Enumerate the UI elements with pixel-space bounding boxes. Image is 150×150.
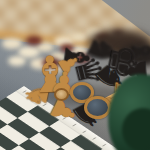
vignette-overlay xyxy=(0,0,150,150)
photo-stage: ♞ ♝ ♝ ♚ ♟ ♛ ♟ ♞ ♞ ♜ ♝ ♟ ♝ ♟ ♟ ♞ xyxy=(0,0,150,150)
